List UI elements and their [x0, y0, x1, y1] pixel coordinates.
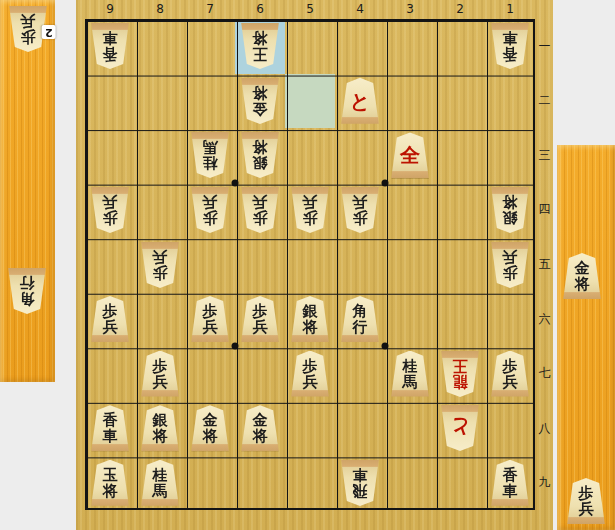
piece-kanji: 車: [103, 428, 118, 444]
square-75[interactable]: [185, 237, 235, 292]
piece-kanji: 歩: [203, 303, 218, 319]
piece-kanji: と: [450, 417, 470, 439]
piece-kanji: 金: [253, 101, 268, 117]
square-59[interactable]: [285, 455, 335, 510]
piece-kanji: 兵: [203, 319, 218, 335]
piece-kanji: 王: [453, 358, 468, 374]
rank-label-4: 四: [536, 183, 553, 238]
piece-kanji: 将: [153, 428, 168, 444]
file-label-7: 7: [185, 1, 235, 17]
square-34[interactable]: [385, 183, 435, 238]
piece-kanji: 桂: [403, 358, 418, 374]
square-93[interactable]: [85, 128, 135, 183]
piece-kanji: 飛: [353, 483, 368, 499]
piece-kanji: 歩: [153, 265, 168, 281]
piece-kanji: 香: [503, 46, 518, 62]
piece-kanji: 兵: [103, 194, 118, 210]
piece-kanji: 歩: [21, 29, 36, 45]
piece-kanji: 兵: [103, 319, 118, 335]
hand-count-gote-pawn: 2: [42, 25, 56, 39]
square-84[interactable]: [135, 183, 185, 238]
file-label-8: 8: [135, 1, 185, 17]
shogi-app: 987654321一二三四五六七八九香車王将香車金将と桂馬銀将全歩兵歩兵歩兵歩兵…: [0, 0, 615, 530]
piece-kanji: 兵: [503, 374, 518, 390]
piece-kanji: 行: [20, 275, 35, 291]
square-58[interactable]: [285, 401, 335, 456]
sente-hand-tray: [557, 145, 615, 530]
piece-kanji: 将: [103, 483, 118, 499]
piece-kanji: 車: [503, 30, 518, 46]
piece-kanji: 将: [303, 319, 318, 335]
piece-kanji: 歩: [103, 303, 118, 319]
piece-kanji: 兵: [21, 13, 36, 29]
file-label-2: 2: [435, 1, 485, 17]
piece-kanji: 金: [575, 260, 590, 276]
piece-kanji: 香: [103, 412, 118, 428]
piece-kanji: 行: [353, 319, 368, 335]
piece-kanji: 将: [575, 276, 590, 292]
square-53[interactable]: [285, 128, 335, 183]
piece-kanji: 将: [203, 428, 218, 444]
piece-kanji: 歩: [103, 210, 118, 226]
piece-kanji: 兵: [153, 249, 168, 265]
square-79[interactable]: [185, 455, 235, 510]
square-22[interactable]: [435, 74, 485, 129]
square-13[interactable]: [485, 128, 535, 183]
square-52[interactable]: [285, 74, 335, 129]
square-86[interactable]: [135, 292, 185, 347]
piece-kanji: 車: [353, 467, 368, 483]
piece-kanji: 馬: [203, 139, 218, 155]
piece-kanji: 歩: [303, 210, 318, 226]
square-26[interactable]: [435, 292, 485, 347]
piece-kanji: 歩: [203, 210, 218, 226]
rank-label-8: 八: [536, 401, 553, 456]
rank-label-3: 三: [536, 128, 553, 183]
piece-kanji: 歩: [153, 358, 168, 374]
square-45[interactable]: [335, 237, 385, 292]
square-83[interactable]: [135, 128, 185, 183]
square-51[interactable]: [285, 19, 335, 74]
piece-kanji: 歩: [253, 303, 268, 319]
piece-kanji: 歩: [503, 265, 518, 281]
square-72[interactable]: [185, 74, 235, 129]
piece-kanji: 王: [253, 46, 268, 62]
square-24[interactable]: [435, 183, 485, 238]
square-16[interactable]: [485, 292, 535, 347]
rank-label-1: 一: [536, 19, 553, 74]
piece-kanji: 金: [253, 412, 268, 428]
file-label-9: 9: [85, 1, 135, 17]
square-21[interactable]: [435, 19, 485, 74]
piece-kanji: 桂: [153, 467, 168, 483]
square-95[interactable]: [85, 237, 135, 292]
square-97[interactable]: [85, 346, 135, 401]
square-32[interactable]: [385, 74, 435, 129]
piece-kanji: 兵: [303, 374, 318, 390]
piece-kanji: 歩: [353, 210, 368, 226]
square-81[interactable]: [135, 19, 185, 74]
piece-kanji: 車: [503, 483, 518, 499]
square-92[interactable]: [85, 74, 135, 129]
piece-kanji: 角: [353, 303, 368, 319]
piece-kanji: 歩: [303, 358, 318, 374]
square-55[interactable]: [285, 237, 335, 292]
piece-kanji: 兵: [203, 194, 218, 210]
square-38[interactable]: [385, 401, 435, 456]
square-82[interactable]: [135, 74, 185, 129]
square-67[interactable]: [235, 346, 285, 401]
square-41[interactable]: [335, 19, 385, 74]
file-label-5: 5: [285, 1, 335, 17]
file-label-6: 6: [235, 1, 285, 17]
rank-label-9: 九: [536, 455, 553, 510]
square-65[interactable]: [235, 237, 285, 292]
square-77[interactable]: [185, 346, 235, 401]
piece-kanji: 桂: [203, 155, 218, 171]
square-12[interactable]: [485, 74, 535, 129]
square-69[interactable]: [235, 455, 285, 510]
piece-kanji: 兵: [503, 249, 518, 265]
piece-kanji: 歩: [253, 210, 268, 226]
piece-kanji: 歩: [503, 358, 518, 374]
piece-kanji: 兵: [253, 319, 268, 335]
rank-label-5: 五: [536, 237, 553, 292]
piece-kanji: 銀: [303, 303, 318, 319]
square-29[interactable]: [435, 455, 485, 510]
piece-kanji: 馬: [403, 374, 418, 390]
rank-label-2: 二: [536, 74, 553, 129]
square-31[interactable]: [385, 19, 435, 74]
piece-kanji: 金: [203, 412, 218, 428]
rank-label-6: 六: [536, 292, 553, 347]
file-label-4: 4: [335, 1, 385, 17]
piece-kanji: 兵: [579, 501, 594, 517]
piece-kanji: 兵: [153, 374, 168, 390]
piece-kanji: 将: [253, 428, 268, 444]
square-43[interactable]: [335, 128, 385, 183]
piece-kanji: 銀: [503, 210, 518, 226]
piece-kanji: 将: [253, 85, 268, 101]
piece-kanji: 香: [103, 46, 118, 62]
piece-kanji: 将: [253, 139, 268, 155]
square-71[interactable]: [185, 19, 235, 74]
piece-kanji: 銀: [153, 412, 168, 428]
square-25[interactable]: [435, 237, 485, 292]
square-35[interactable]: [385, 237, 435, 292]
rank-label-7: 七: [536, 346, 553, 401]
piece-kanji: 龍: [453, 374, 468, 390]
piece-kanji: 銀: [253, 155, 268, 171]
piece-kanji: 歩: [579, 485, 594, 501]
file-label-1: 1: [485, 1, 535, 17]
square-23[interactable]: [435, 128, 485, 183]
piece-kanji: 玉: [103, 467, 118, 483]
file-label-3: 3: [385, 1, 435, 17]
square-18[interactable]: [485, 401, 535, 456]
square-47[interactable]: [335, 346, 385, 401]
piece-kanji: 兵: [353, 194, 368, 210]
piece-kanji: 角: [20, 291, 35, 307]
gote-hand-tray: [0, 0, 55, 382]
piece-kanji: 全: [400, 144, 420, 166]
piece-kanji: 将: [503, 194, 518, 210]
piece-kanji: 兵: [303, 194, 318, 210]
piece-kanji: 馬: [153, 483, 168, 499]
piece-kanji: 香: [503, 467, 518, 483]
piece-kanji: 兵: [253, 194, 268, 210]
piece-kanji: 将: [253, 30, 268, 46]
piece-kanji: と: [350, 90, 370, 112]
square-36[interactable]: [385, 292, 435, 347]
square-48[interactable]: [335, 401, 385, 456]
piece-kanji: 車: [103, 30, 118, 46]
square-39[interactable]: [385, 455, 435, 510]
